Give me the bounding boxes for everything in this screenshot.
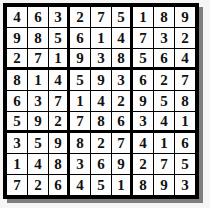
cell-r2c9[interactable]: 2 (175, 28, 195, 48)
cell-r1c7[interactable]: 1 (133, 7, 153, 27)
cell-r9c9[interactable]: 3 (175, 175, 195, 195)
cell-r1c4[interactable]: 2 (70, 7, 90, 27)
cell-r7c2[interactable]: 5 (28, 133, 48, 153)
cell-r4c2[interactable]: 1 (28, 70, 48, 90)
cell-r2c2[interactable]: 8 (28, 28, 48, 48)
cell-r5c4[interactable]: 1 (70, 91, 90, 111)
cell-r7c9[interactable]: 6 (175, 133, 195, 153)
cell-r9c8[interactable]: 9 (154, 175, 174, 195)
cell-r5c7[interactable]: 9 (133, 91, 153, 111)
cell-r4c5[interactable]: 9 (91, 70, 111, 90)
cell-r5c5[interactable]: 4 (91, 91, 111, 111)
cell-r8c4[interactable]: 3 (70, 154, 90, 174)
cell-r9c6[interactable]: 1 (112, 175, 132, 195)
cell-r1c1[interactable]: 4 (7, 7, 27, 27)
cell-r2c6[interactable]: 4 (112, 28, 132, 48)
cell-r3c1[interactable]: 2 (7, 49, 27, 69)
cell-r8c6[interactable]: 9 (112, 154, 132, 174)
cell-r7c7[interactable]: 4 (133, 133, 153, 153)
sudoku-board-frame: 4632751899856147322719385648145936276371… (3, 3, 199, 199)
cell-r6c9[interactable]: 1 (175, 112, 195, 132)
cell-r4c3[interactable]: 4 (49, 70, 69, 90)
cell-r3c7[interactable]: 5 (133, 49, 153, 69)
cell-r9c7[interactable]: 8 (133, 175, 153, 195)
cell-r4c6[interactable]: 3 (112, 70, 132, 90)
cell-r6c7[interactable]: 3 (133, 112, 153, 132)
cell-r4c1[interactable]: 8 (7, 70, 27, 90)
cell-r6c8[interactable]: 4 (154, 112, 174, 132)
cell-r2c1[interactable]: 9 (7, 28, 27, 48)
cell-r7c6[interactable]: 7 (112, 133, 132, 153)
cell-r8c9[interactable]: 5 (175, 154, 195, 174)
cell-r2c3[interactable]: 5 (49, 28, 69, 48)
cell-r2c5[interactable]: 1 (91, 28, 111, 48)
cell-r6c4[interactable]: 7 (70, 112, 90, 132)
cell-r7c8[interactable]: 1 (154, 133, 174, 153)
cell-r2c8[interactable]: 3 (154, 28, 174, 48)
cell-r7c4[interactable]: 8 (70, 133, 90, 153)
cell-r8c8[interactable]: 7 (154, 154, 174, 174)
cell-r6c6[interactable]: 6 (112, 112, 132, 132)
cell-r2c4[interactable]: 6 (70, 28, 90, 48)
cell-r3c8[interactable]: 6 (154, 49, 174, 69)
cell-r5c8[interactable]: 5 (154, 91, 174, 111)
cell-r9c1[interactable]: 7 (7, 175, 27, 195)
cell-r8c1[interactable]: 1 (7, 154, 27, 174)
cell-r1c6[interactable]: 5 (112, 7, 132, 27)
cell-r4c4[interactable]: 5 (70, 70, 90, 90)
cell-r3c6[interactable]: 8 (112, 49, 132, 69)
cell-r9c3[interactable]: 6 (49, 175, 69, 195)
cell-r4c8[interactable]: 2 (154, 70, 174, 90)
cell-r5c9[interactable]: 8 (175, 91, 195, 111)
cell-r1c8[interactable]: 8 (154, 7, 174, 27)
cell-r9c4[interactable]: 4 (70, 175, 90, 195)
cell-r3c5[interactable]: 3 (91, 49, 111, 69)
cell-r5c3[interactable]: 7 (49, 91, 69, 111)
cell-r3c3[interactable]: 1 (49, 49, 69, 69)
cell-r8c2[interactable]: 4 (28, 154, 48, 174)
cell-r3c4[interactable]: 9 (70, 49, 90, 69)
cell-r6c1[interactable]: 5 (7, 112, 27, 132)
cell-r3c2[interactable]: 7 (28, 49, 48, 69)
cell-r8c5[interactable]: 6 (91, 154, 111, 174)
cell-r1c2[interactable]: 6 (28, 7, 48, 27)
cell-r8c7[interactable]: 2 (133, 154, 153, 174)
cell-r3c9[interactable]: 4 (175, 49, 195, 69)
cell-r9c5[interactable]: 5 (91, 175, 111, 195)
cell-r1c5[interactable]: 7 (91, 7, 111, 27)
cell-r4c7[interactable]: 6 (133, 70, 153, 90)
sudoku-board: 4632751899856147322719385648145936276371… (7, 7, 195, 195)
cell-r5c1[interactable]: 6 (7, 91, 27, 111)
cell-r5c6[interactable]: 2 (112, 91, 132, 111)
cell-r6c2[interactable]: 9 (28, 112, 48, 132)
cell-r4c9[interactable]: 7 (175, 70, 195, 90)
cell-r1c3[interactable]: 3 (49, 7, 69, 27)
cell-r2c7[interactable]: 7 (133, 28, 153, 48)
cell-r9c2[interactable]: 2 (28, 175, 48, 195)
cell-r1c9[interactable]: 9 (175, 7, 195, 27)
cell-r5c2[interactable]: 3 (28, 91, 48, 111)
cell-r8c3[interactable]: 8 (49, 154, 69, 174)
cell-r7c1[interactable]: 3 (7, 133, 27, 153)
cell-r7c3[interactable]: 9 (49, 133, 69, 153)
cell-r6c3[interactable]: 2 (49, 112, 69, 132)
cell-r6c5[interactable]: 8 (91, 112, 111, 132)
cell-r7c5[interactable]: 2 (91, 133, 111, 153)
